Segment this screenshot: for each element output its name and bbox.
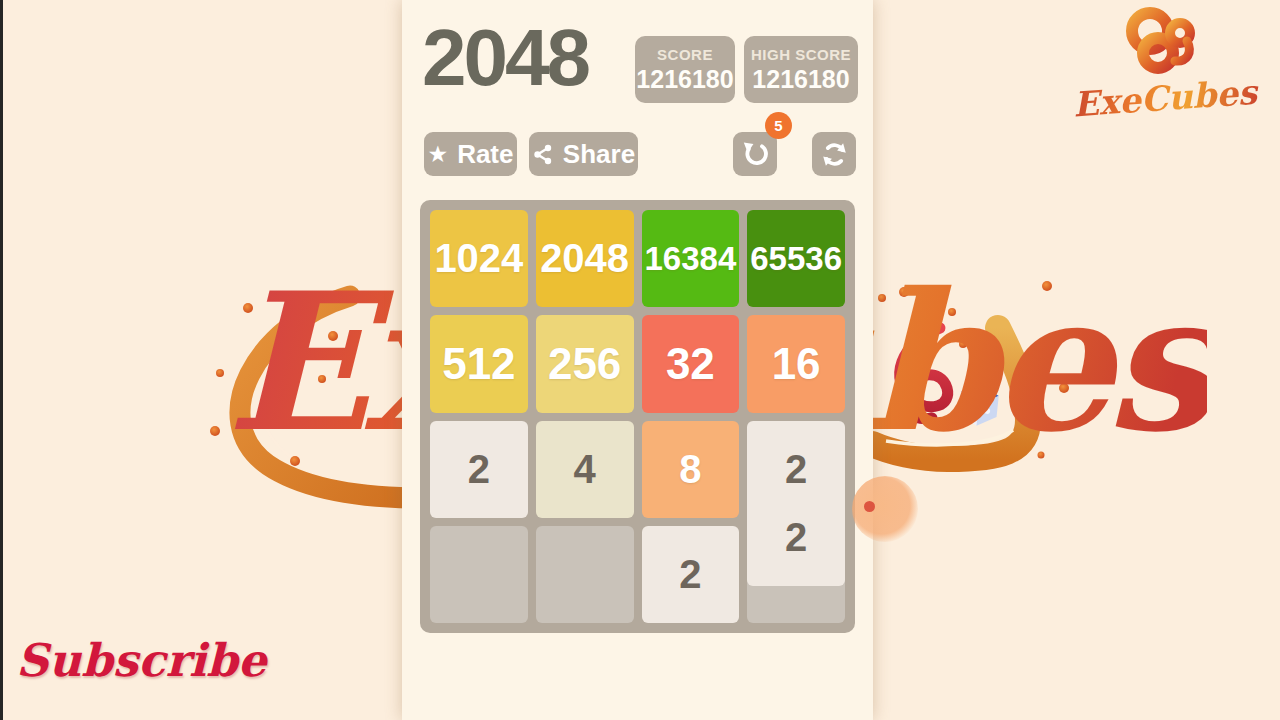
high-score-label: HIGH SCORE <box>751 46 851 63</box>
touch-indicator-dot <box>864 501 875 512</box>
score-box: SCORE 1216180 <box>635 36 735 103</box>
video-edge <box>0 0 3 720</box>
tile-r2c2-8: 8 <box>642 421 740 518</box>
empty-cell-r3c1 <box>536 526 634 623</box>
high-score-value: 1216180 <box>752 65 849 94</box>
tile-r3c2-2: 2 <box>642 526 740 623</box>
logo-knot-icon <box>1117 6 1213 82</box>
tile-r1c0-512: 512 <box>430 315 528 412</box>
high-score-box: HIGH SCORE 1216180 <box>744 36 858 103</box>
tile-r1c1-256: 256 <box>536 315 634 412</box>
undo-icon <box>738 137 772 171</box>
video-frame: ExeCubes <box>0 0 1280 720</box>
star-icon: ★ <box>428 143 449 166</box>
undo-count-badge: 5 <box>765 112 792 139</box>
subscribe-caption: Subscribe <box>16 634 266 687</box>
page-title: 2048 <box>422 12 588 104</box>
rate-button[interactable]: ★ Rate <box>424 132 517 176</box>
tile-r2c3-2: 2 <box>747 421 845 518</box>
tile-r0c0-1024: 1024 <box>430 210 528 307</box>
tile-r0c2-16384: 16384 <box>642 210 740 307</box>
tile-r1c3-16: 16 <box>747 315 845 412</box>
score-value: 1216180 <box>636 65 733 94</box>
game-app-screen: 2048 SCORE 1216180 HIGH SCORE 1216180 ★ … <box>402 0 873 720</box>
tile-r2c1-4: 4 <box>536 421 634 518</box>
share-button[interactable]: Share <box>529 132 638 176</box>
channel-logo: ExeCubes <box>1055 4 1275 124</box>
tile-r1c2-32: 32 <box>642 315 740 412</box>
restart-button[interactable] <box>812 132 856 176</box>
share-icon <box>532 143 554 166</box>
tile-r2c0-2: 2 <box>430 421 528 518</box>
rate-button-label: Rate <box>457 139 513 170</box>
tile-r0c3-65536: 65536 <box>747 210 845 307</box>
score-label: SCORE <box>657 46 713 63</box>
undo-button[interactable] <box>733 132 777 176</box>
empty-cell-r3c0 <box>430 526 528 623</box>
channel-logo-text: ExeCubes <box>1054 70 1276 125</box>
refresh-icon <box>818 138 851 171</box>
game-board[interactable]: 1024 2048 16384 65536 512 256 32 16 2 4 … <box>420 200 855 633</box>
share-button-label: Share <box>563 139 635 170</box>
touch-indicator <box>852 476 918 542</box>
tile-r0c1-2048: 2048 <box>536 210 634 307</box>
